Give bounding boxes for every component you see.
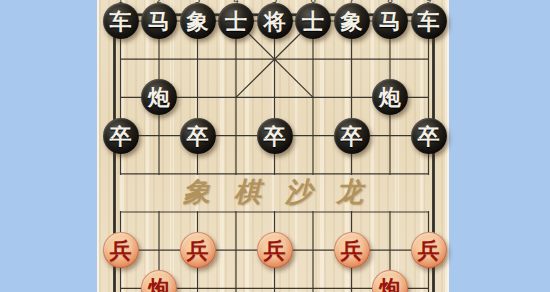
piece-black-soldier[interactable]: 卒	[257, 118, 293, 154]
piece-red-soldier[interactable]: 兵	[334, 232, 370, 268]
piece-red-soldier[interactable]: 兵	[411, 232, 447, 268]
piece-black-chariot[interactable]: 车	[103, 3, 139, 39]
piece-black-soldier[interactable]: 卒	[103, 118, 139, 154]
piece-black-soldier[interactable]: 卒	[411, 118, 447, 154]
piece-red-cannon[interactable]: 炮	[372, 270, 408, 292]
piece-black-chariot[interactable]: 车	[411, 3, 447, 39]
piece-black-elephant[interactable]: 象	[180, 3, 216, 39]
piece-black-cannon[interactable]: 炮	[372, 79, 408, 115]
piece-black-general[interactable]: 将	[257, 3, 293, 39]
piece-red-soldier[interactable]: 兵	[103, 232, 139, 268]
pieces-layer: 车马象士将士象马车炮炮卒卒卒卒卒兵兵兵兵兵炮炮	[101, 2, 448, 292]
piece-black-elephant[interactable]: 象	[334, 3, 370, 39]
piece-black-advisor[interactable]: 士	[218, 3, 254, 39]
piece-red-soldier[interactable]: 兵	[180, 232, 216, 268]
piece-red-soldier[interactable]: 兵	[257, 232, 293, 268]
page-background: 123456789 象棋沙龙 车马象士将士象马车炮炮卒卒卒卒卒兵兵兵兵兵炮炮	[0, 0, 550, 292]
piece-black-horse[interactable]: 马	[372, 3, 408, 39]
piece-red-cannon[interactable]: 炮	[141, 270, 177, 292]
piece-black-soldier[interactable]: 卒	[334, 118, 370, 154]
piece-black-soldier[interactable]: 卒	[180, 118, 216, 154]
xiangqi-board[interactable]: 123456789 象棋沙龙 车马象士将士象马车炮炮卒卒卒卒卒兵兵兵兵兵炮炮	[97, 0, 449, 292]
piece-black-cannon[interactable]: 炮	[141, 79, 177, 115]
piece-black-horse[interactable]: 马	[141, 3, 177, 39]
piece-black-advisor[interactable]: 士	[295, 3, 331, 39]
